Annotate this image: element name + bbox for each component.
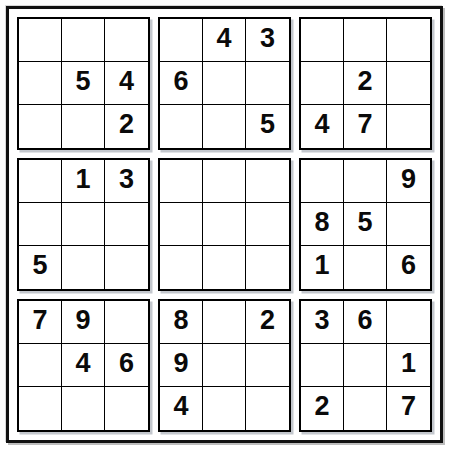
cell-r2c8[interactable]: 2: [344, 62, 387, 105]
cell-r6c7[interactable]: 1: [301, 246, 344, 289]
cell-r8c5[interactable]: [203, 344, 246, 387]
cell-r6c1[interactable]: 5: [19, 246, 62, 289]
cell-r9c2[interactable]: [62, 387, 105, 430]
cell-digit: 9: [401, 166, 416, 193]
cell-r5c1[interactable]: [19, 203, 62, 246]
cell-r4c3[interactable]: 3: [105, 160, 148, 203]
box-r1c1: [158, 158, 291, 291]
cell-digit: 6: [401, 252, 416, 279]
cell-r7c3[interactable]: [105, 301, 148, 344]
box-r0c1: 4365: [158, 17, 291, 150]
cell-digit: 5: [357, 209, 372, 236]
cell-r9c5[interactable]: [203, 387, 246, 430]
cell-r9c3[interactable]: [105, 387, 148, 430]
cell-digit: 5: [260, 111, 275, 138]
cell-digit: 1: [314, 252, 329, 279]
cell-r1c4[interactable]: [160, 19, 203, 62]
cell-digit: 4: [173, 393, 188, 420]
cell-r3c9[interactable]: [387, 105, 430, 148]
cell-r1c6[interactable]: 3: [246, 19, 289, 62]
cell-r9c6[interactable]: [246, 387, 289, 430]
cell-r9c7[interactable]: 2: [301, 387, 344, 430]
cell-r5c9[interactable]: [387, 203, 430, 246]
cell-r2c4[interactable]: 6: [160, 62, 203, 105]
cell-digit: 3: [260, 25, 275, 52]
cell-r3c5[interactable]: [203, 105, 246, 148]
cell-r5c3[interactable]: [105, 203, 148, 246]
cell-r8c9[interactable]: 1: [387, 344, 430, 387]
cell-digit: 9: [75, 307, 90, 334]
cell-r7c6[interactable]: 2: [246, 301, 289, 344]
cell-r6c4[interactable]: [160, 246, 203, 289]
cell-r2c3[interactable]: 4: [105, 62, 148, 105]
cell-r5c2[interactable]: [62, 203, 105, 246]
cell-r5c6[interactable]: [246, 203, 289, 246]
box-r2c0: 7946: [17, 299, 150, 432]
cell-r1c8[interactable]: [344, 19, 387, 62]
cell-r1c9[interactable]: [387, 19, 430, 62]
cell-r4c8[interactable]: [344, 160, 387, 203]
box-r0c2: 247: [299, 17, 432, 150]
cell-digit: 6: [173, 68, 188, 95]
cell-digit: 2: [314, 393, 329, 420]
cell-r7c8[interactable]: 6: [344, 301, 387, 344]
cell-digit: 7: [357, 111, 372, 138]
cell-r7c9[interactable]: [387, 301, 430, 344]
cell-digit: 2: [260, 307, 275, 334]
box-r2c1: 8294: [158, 299, 291, 432]
cell-r3c2[interactable]: [62, 105, 105, 148]
cell-r1c1[interactable]: [19, 19, 62, 62]
cell-r8c8[interactable]: [344, 344, 387, 387]
cell-r4c5[interactable]: [203, 160, 246, 203]
cell-digit: 3: [314, 307, 329, 334]
cell-r2c5[interactable]: [203, 62, 246, 105]
cell-r3c1[interactable]: [19, 105, 62, 148]
cell-r4c1[interactable]: [19, 160, 62, 203]
cell-digit: 7: [32, 307, 47, 334]
cell-r1c2[interactable]: [62, 19, 105, 62]
cell-r8c6[interactable]: [246, 344, 289, 387]
cell-digit: 6: [119, 350, 134, 377]
cell-r9c8[interactable]: [344, 387, 387, 430]
cell-r3c4[interactable]: [160, 105, 203, 148]
cell-digit: 6: [357, 307, 372, 334]
cell-r3c3[interactable]: 2: [105, 105, 148, 148]
cell-r6c2[interactable]: [62, 246, 105, 289]
cell-r1c5[interactable]: 4: [203, 19, 246, 62]
cell-r1c7[interactable]: [301, 19, 344, 62]
cell-digit: 4: [216, 25, 231, 52]
box-r2c2: 36127: [299, 299, 432, 432]
cell-r4c7[interactable]: [301, 160, 344, 203]
cell-r4c4[interactable]: [160, 160, 203, 203]
cell-r4c2[interactable]: 1: [62, 160, 105, 203]
cell-digit: 8: [173, 307, 188, 334]
cell-digit: 4: [119, 68, 134, 95]
cell-r8c2[interactable]: 4: [62, 344, 105, 387]
cell-r7c1[interactable]: 7: [19, 301, 62, 344]
box-r1c0: 135: [17, 158, 150, 291]
cell-r8c3[interactable]: 6: [105, 344, 148, 387]
cell-digit: 8: [314, 209, 329, 236]
cell-r7c5[interactable]: [203, 301, 246, 344]
cell-r2c2[interactable]: 5: [62, 62, 105, 105]
cell-digit: 3: [119, 166, 134, 193]
box-r1c2: 98516: [299, 158, 432, 291]
cell-r6c3[interactable]: [105, 246, 148, 289]
cell-r1c3[interactable]: [105, 19, 148, 62]
cell-r6c9[interactable]: 6: [387, 246, 430, 289]
cell-r7c7[interactable]: 3: [301, 301, 344, 344]
cell-r3c7[interactable]: 4: [301, 105, 344, 148]
cell-r2c6[interactable]: [246, 62, 289, 105]
cell-r5c8[interactable]: 5: [344, 203, 387, 246]
cell-r9c4[interactable]: 4: [160, 387, 203, 430]
cell-r8c4[interactable]: 9: [160, 344, 203, 387]
cell-digit: 9: [173, 350, 188, 377]
cell-r4c9[interactable]: 9: [387, 160, 430, 203]
cell-r8c7[interactable]: [301, 344, 344, 387]
cell-r9c9[interactable]: 7: [387, 387, 430, 430]
cell-digit: 2: [357, 68, 372, 95]
cell-r2c1[interactable]: [19, 62, 62, 105]
cell-r6c6[interactable]: [246, 246, 289, 289]
cell-r7c4[interactable]: 8: [160, 301, 203, 344]
cell-r2c9[interactable]: [387, 62, 430, 105]
cell-r6c8[interactable]: [344, 246, 387, 289]
cell-r9c1[interactable]: [19, 387, 62, 430]
cell-digit: 5: [32, 252, 47, 279]
cell-digit: 5: [75, 68, 90, 95]
cell-r2c7[interactable]: [301, 62, 344, 105]
box-r0c0: 542: [17, 17, 150, 150]
cell-r4c6[interactable]: [246, 160, 289, 203]
cell-r3c6[interactable]: 5: [246, 105, 289, 148]
cell-digit: 4: [75, 350, 90, 377]
cell-digit: 7: [401, 393, 416, 420]
cell-r5c4[interactable]: [160, 203, 203, 246]
cell-r5c7[interactable]: 8: [301, 203, 344, 246]
cell-digit: 2: [119, 111, 134, 138]
cell-digit: 4: [314, 111, 329, 138]
cell-r8c1[interactable]: [19, 344, 62, 387]
cell-r7c2[interactable]: 9: [62, 301, 105, 344]
cell-r6c5[interactable]: [203, 246, 246, 289]
cell-r3c8[interactable]: 7: [344, 105, 387, 148]
cell-r5c5[interactable]: [203, 203, 246, 246]
sudoku-board: 5424365247135985167946829436127: [6, 6, 443, 443]
cell-digit: 1: [75, 166, 90, 193]
cell-digit: 1: [401, 350, 416, 377]
